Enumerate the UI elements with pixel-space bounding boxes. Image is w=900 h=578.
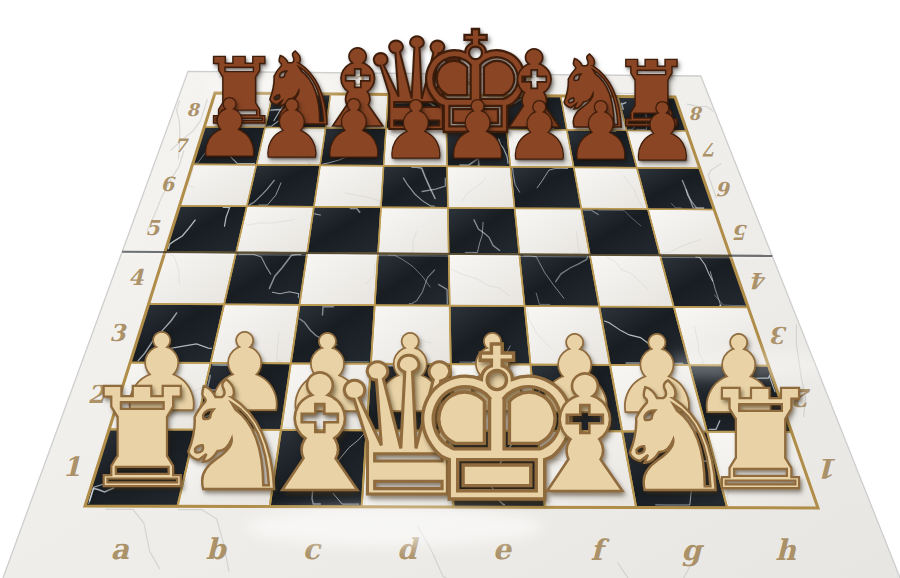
square-f4[interactable] bbox=[519, 254, 599, 306]
square-b4[interactable] bbox=[224, 253, 307, 305]
rank-label-left-4: 4 bbox=[128, 265, 144, 290]
piece-white-rook-h1[interactable]: ♜ bbox=[699, 373, 822, 510]
rank-label-right-7: 7 bbox=[702, 139, 717, 160]
square-b5[interactable] bbox=[236, 206, 314, 253]
square-e4[interactable] bbox=[449, 254, 525, 306]
rank-label-right-5: 5 bbox=[733, 220, 749, 244]
rank-label-left-5: 5 bbox=[145, 216, 161, 240]
file-label-bottom-a: a bbox=[110, 532, 129, 566]
piece-black-pawn-b7[interactable]: ♟ bbox=[256, 90, 328, 170]
square-e5[interactable] bbox=[448, 208, 519, 255]
square-g5[interactable] bbox=[581, 209, 660, 256]
rank-label-left-1: 1 bbox=[63, 451, 81, 482]
square-c5[interactable] bbox=[307, 207, 381, 254]
rank-label-right-1: 1 bbox=[820, 453, 838, 484]
square-c4[interactable] bbox=[300, 253, 379, 305]
file-label-bottom-g: g bbox=[681, 533, 704, 567]
piece-black-pawn-h7[interactable]: ♟ bbox=[627, 93, 699, 173]
piece-black-pawn-a7[interactable]: ♟ bbox=[194, 89, 266, 169]
square-d4[interactable] bbox=[375, 253, 450, 305]
file-label-bottom-h: h bbox=[775, 533, 797, 567]
chess-photo-scene: aabbccddeeffgghh8877665544332211 ♜♞♝♛♚♝♞… bbox=[0, 0, 900, 578]
rank-label-left-7: 7 bbox=[174, 135, 189, 156]
file-label-bottom-b: b bbox=[206, 532, 228, 566]
rank-label-right-4: 4 bbox=[751, 268, 767, 293]
